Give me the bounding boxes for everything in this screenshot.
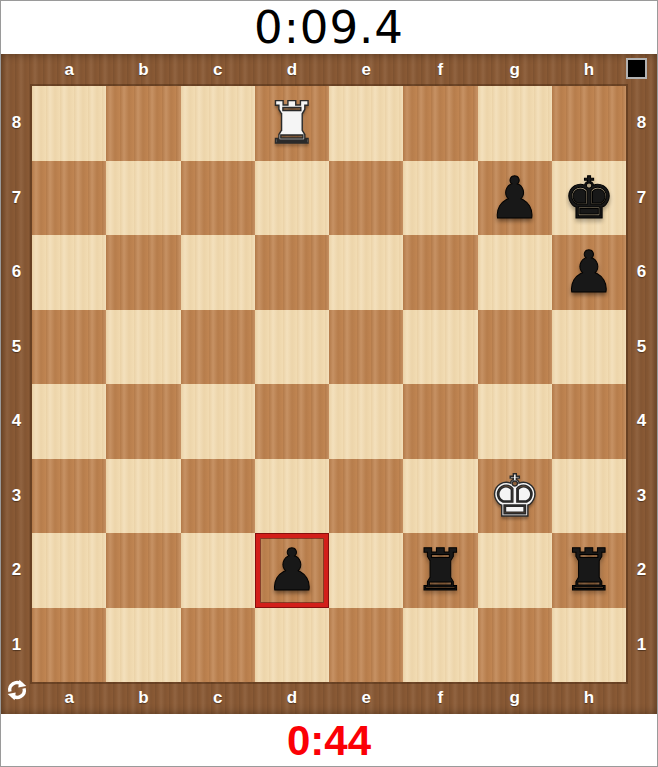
square-f5[interactable] xyxy=(403,310,477,385)
white-rook-d8[interactable]: ♜ xyxy=(255,86,329,161)
square-b1[interactable] xyxy=(106,608,180,683)
rank-label-7: 7 xyxy=(626,161,657,236)
file-label-c: c xyxy=(181,682,255,714)
square-e8[interactable] xyxy=(329,86,403,161)
black-pawn-h6[interactable]: ♟ xyxy=(552,235,626,310)
square-e5[interactable] xyxy=(329,310,403,385)
square-h3[interactable] xyxy=(552,459,626,534)
black-rook-f2[interactable]: ♜ xyxy=(403,533,477,608)
bottom-clock: 0:44 xyxy=(1,714,657,767)
file-labels-top: abcdefgh xyxy=(32,54,626,86)
square-d5[interactable] xyxy=(255,310,329,385)
black-pawn-g7[interactable]: ♟ xyxy=(478,161,552,236)
rank-label-5: 5 xyxy=(626,310,657,385)
rank-label-1: 1 xyxy=(1,608,32,683)
square-f1[interactable] xyxy=(403,608,477,683)
square-e3[interactable] xyxy=(329,459,403,534)
square-f8[interactable] xyxy=(403,86,477,161)
chess-app: 0:09.4 abcdefgh abcdefgh 87654321 876543… xyxy=(0,0,658,767)
top-clock: 0:09.4 xyxy=(1,1,657,54)
square-g8[interactable] xyxy=(478,86,552,161)
rank-label-2: 2 xyxy=(626,533,657,608)
rank-label-3: 3 xyxy=(626,459,657,534)
square-c2[interactable] xyxy=(181,533,255,608)
square-b4[interactable] xyxy=(106,384,180,459)
square-h7[interactable]: ♚ xyxy=(552,161,626,236)
file-label-a: a xyxy=(32,54,106,86)
square-b8[interactable] xyxy=(106,86,180,161)
square-e6[interactable] xyxy=(329,235,403,310)
rank-label-5: 5 xyxy=(1,310,32,385)
square-c6[interactable] xyxy=(181,235,255,310)
square-c5[interactable] xyxy=(181,310,255,385)
square-e1[interactable] xyxy=(329,608,403,683)
square-c8[interactable] xyxy=(181,86,255,161)
square-d2[interactable]: ♟ xyxy=(255,533,329,608)
black-to-move-indicator xyxy=(626,58,647,79)
flip-board-icon xyxy=(4,677,30,703)
square-b3[interactable] xyxy=(106,459,180,534)
rank-label-1: 1 xyxy=(626,608,657,683)
square-f4[interactable] xyxy=(403,384,477,459)
square-e2[interactable] xyxy=(329,533,403,608)
square-f3[interactable] xyxy=(403,459,477,534)
file-label-d: d xyxy=(255,682,329,714)
rank-labels-right: 87654321 xyxy=(626,86,657,682)
rank-label-4: 4 xyxy=(626,384,657,459)
square-g6[interactable] xyxy=(478,235,552,310)
file-label-f: f xyxy=(403,682,477,714)
square-g5[interactable] xyxy=(478,310,552,385)
black-pawn-d2[interactable]: ♟ xyxy=(255,533,329,608)
square-a4[interactable] xyxy=(32,384,106,459)
file-label-a: a xyxy=(32,682,106,714)
square-d8[interactable]: ♜ xyxy=(255,86,329,161)
square-b5[interactable] xyxy=(106,310,180,385)
square-c1[interactable] xyxy=(181,608,255,683)
square-g3[interactable]: ♚ xyxy=(478,459,552,534)
square-b7[interactable] xyxy=(106,161,180,236)
file-label-g: g xyxy=(478,682,552,714)
square-a3[interactable] xyxy=(32,459,106,534)
file-label-h: h xyxy=(552,682,626,714)
square-e7[interactable] xyxy=(329,161,403,236)
square-d1[interactable] xyxy=(255,608,329,683)
square-a6[interactable] xyxy=(32,235,106,310)
square-h4[interactable] xyxy=(552,384,626,459)
square-c3[interactable] xyxy=(181,459,255,534)
rank-label-4: 4 xyxy=(1,384,32,459)
square-a8[interactable] xyxy=(32,86,106,161)
square-c4[interactable] xyxy=(181,384,255,459)
square-f7[interactable] xyxy=(403,161,477,236)
file-label-e: e xyxy=(329,682,403,714)
rank-labels-left: 87654321 xyxy=(1,86,32,682)
square-h2[interactable]: ♜ xyxy=(552,533,626,608)
square-e4[interactable] xyxy=(329,384,403,459)
file-label-b: b xyxy=(106,54,180,86)
white-king-g3[interactable]: ♚ xyxy=(478,459,552,534)
square-a7[interactable] xyxy=(32,161,106,236)
file-labels-bottom: abcdefgh xyxy=(32,682,626,714)
square-g1[interactable] xyxy=(478,608,552,683)
square-a1[interactable] xyxy=(32,608,106,683)
black-king-h7[interactable]: ♚ xyxy=(552,161,626,236)
square-g7[interactable]: ♟ xyxy=(478,161,552,236)
file-label-b: b xyxy=(106,682,180,714)
square-a2[interactable] xyxy=(32,533,106,608)
rank-label-8: 8 xyxy=(626,86,657,161)
square-d6[interactable] xyxy=(255,235,329,310)
square-h1[interactable] xyxy=(552,608,626,683)
square-d7[interactable] xyxy=(255,161,329,236)
square-h6[interactable]: ♟ xyxy=(552,235,626,310)
square-g2[interactable] xyxy=(478,533,552,608)
file-label-f: f xyxy=(403,54,477,86)
file-label-d: d xyxy=(255,54,329,86)
rank-label-3: 3 xyxy=(1,459,32,534)
file-label-h: h xyxy=(552,54,626,86)
rank-label-8: 8 xyxy=(1,86,32,161)
square-c7[interactable] xyxy=(181,161,255,236)
square-d4[interactable] xyxy=(255,384,329,459)
square-d3[interactable] xyxy=(255,459,329,534)
square-f2[interactable]: ♜ xyxy=(403,533,477,608)
square-h5[interactable] xyxy=(552,310,626,385)
square-b2[interactable] xyxy=(106,533,180,608)
square-b6[interactable] xyxy=(106,235,180,310)
square-g4[interactable] xyxy=(478,384,552,459)
flip-board-button[interactable] xyxy=(4,677,30,703)
board-frame: abcdefgh abcdefgh 87654321 87654321 ♜♟♚♟… xyxy=(1,54,657,714)
file-label-e: e xyxy=(329,54,403,86)
square-f6[interactable] xyxy=(403,235,477,310)
rank-label-7: 7 xyxy=(1,161,32,236)
square-h8[interactable] xyxy=(552,86,626,161)
rank-label-2: 2 xyxy=(1,533,32,608)
file-label-g: g xyxy=(478,54,552,86)
rank-label-6: 6 xyxy=(626,235,657,310)
rank-label-6: 6 xyxy=(1,235,32,310)
black-rook-h2[interactable]: ♜ xyxy=(552,533,626,608)
square-a5[interactable] xyxy=(32,310,106,385)
file-label-c: c xyxy=(181,54,255,86)
board-grid: ♜♟♚♟♚♟♜♜ xyxy=(32,86,626,682)
